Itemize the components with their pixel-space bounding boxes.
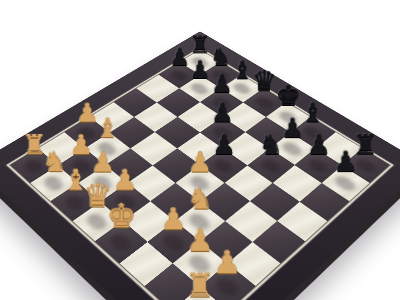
board-scene: ♜♞♝♛♚♝♜♟♟♟♟♟♟♟♞♟♟♟♝♞♟♟♟♟♟♟♜♞♝♛♚♜ bbox=[0, 0, 400, 300]
pawn-glyph: ♟ bbox=[186, 224, 214, 255]
square-c5[interactable] bbox=[155, 117, 200, 148]
rook-glyph: ♜ bbox=[190, 33, 211, 56]
board-frame: ♜♞♝♛♚♝♜♟♟♟♟♟♟♟♞♟♟♟♝♞♟♟♟♟♟♟♜♞♝♛♚♜ bbox=[0, 31, 400, 300]
pawn-glyph: ♟ bbox=[188, 148, 213, 176]
bishop-glyph: ♝ bbox=[231, 58, 253, 82]
pawn-glyph: ♟ bbox=[212, 131, 236, 158]
piece-shadow bbox=[168, 68, 190, 82]
pawn-glyph: ♟ bbox=[189, 58, 211, 82]
pawn-glyph: ♟ bbox=[306, 131, 330, 158]
king-glyph: ♚ bbox=[276, 82, 301, 110]
rook-glyph: ♜ bbox=[185, 269, 214, 300]
pawn-glyph: ♟ bbox=[160, 204, 187, 234]
pawn-glyph: ♟ bbox=[211, 100, 234, 126]
pawn-glyph: ♟ bbox=[214, 246, 242, 278]
bishop-glyph: ♝ bbox=[96, 115, 120, 141]
pawn-glyph: ♟ bbox=[113, 165, 138, 193]
pawn-glyph: ♟ bbox=[333, 148, 358, 176]
chess-board[interactable]: ♜♞♝♛♚♝♜♟♟♟♟♟♟♟♞♟♟♟♝♞♟♟♟♟♟♟♜♞♝♛♚♜ bbox=[10, 49, 389, 300]
chess-photo-stage: ♜♞♝♛♚♝♜♟♟♟♟♟♟♟♞♟♟♟♝♞♟♟♟♟♟♟♜♞♝♛♚♜ bbox=[0, 0, 400, 300]
pawn-glyph: ♟ bbox=[211, 71, 233, 96]
king-glyph: ♚ bbox=[106, 200, 136, 233]
piece-shadow bbox=[188, 81, 211, 96]
knight-glyph: ♞ bbox=[187, 184, 213, 213]
pawn-glyph: ♟ bbox=[281, 115, 305, 141]
pawn-glyph: ♟ bbox=[169, 45, 190, 69]
queen-glyph: ♛ bbox=[253, 68, 278, 95]
knight-glyph: ♞ bbox=[210, 45, 231, 69]
bishop-glyph: ♝ bbox=[301, 100, 324, 126]
knight-glyph: ♞ bbox=[259, 131, 283, 158]
piece-shadow bbox=[253, 95, 277, 110]
